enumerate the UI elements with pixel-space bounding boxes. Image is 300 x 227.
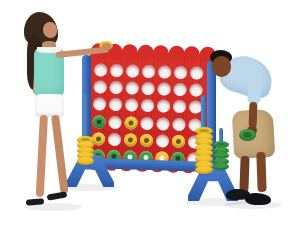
scene <box>0 0 300 227</box>
right-green-ring-stack[interactable] <box>213 141 229 172</box>
girl-front-leg <box>51 115 69 194</box>
green-ring[interactable] <box>213 163 229 170</box>
girl-back-sandal <box>26 198 44 205</box>
girl <box>0 0 300 227</box>
girl-back-leg <box>36 115 48 197</box>
girl-face <box>43 22 57 38</box>
girl-right-hand <box>102 43 111 50</box>
right-yellow-ring-stack[interactable] <box>195 127 213 175</box>
yellow-ring[interactable] <box>195 166 213 174</box>
yellow-ring[interactable] <box>77 157 94 165</box>
girl-front-sandal <box>47 191 68 200</box>
girl-shorts <box>35 94 64 117</box>
left-yellow-ring-stack[interactable] <box>77 136 94 168</box>
